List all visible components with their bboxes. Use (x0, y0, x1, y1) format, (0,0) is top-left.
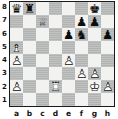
square-e2[interactable] (62, 80, 75, 93)
square-a8[interactable]: ♛ (10, 2, 23, 15)
file-label-h: h (101, 107, 114, 119)
file-label-c: c (36, 107, 49, 119)
white-king-piece: ♚♔ (88, 80, 101, 93)
file-labels: abcdefgh (10, 107, 114, 119)
square-d4[interactable] (49, 54, 62, 67)
square-g1[interactable] (88, 93, 101, 106)
square-f2[interactable] (75, 80, 88, 93)
piece-glyph: ♖ (49, 80, 62, 93)
square-a4[interactable]: ♟♙ (10, 54, 23, 67)
file-label-e: e (62, 107, 75, 119)
square-d5[interactable] (49, 41, 62, 54)
white-pawn-piece: ♟♙ (10, 80, 23, 93)
file-label-f: f (75, 107, 88, 119)
piece-glyph: ♛ (10, 2, 23, 15)
square-h6[interactable]: ♟ (101, 28, 114, 41)
rank-label-5: 5 (0, 41, 9, 54)
rank-label-7: 7 (0, 14, 9, 27)
white-pawn-piece: ♟♙ (75, 67, 88, 80)
square-h8[interactable] (101, 2, 114, 15)
rank-label-3: 3 (0, 67, 9, 80)
white-pawn-piece: ♟♙ (10, 54, 23, 67)
file-label-b: b (23, 107, 36, 119)
rank-labels: 87654321 (0, 1, 9, 107)
chess-diagram: 87654321 ♛♜♚♛♕♟♟♟♞♟♝♗♟♙♟♙♟♙♟♙♟♙♜♖♚♔♟♙ ab… (0, 0, 118, 119)
square-b8[interactable]: ♜ (23, 2, 36, 15)
black-pawn-piece: ♟ (88, 15, 101, 28)
square-f5[interactable] (75, 41, 88, 54)
square-b6[interactable] (23, 28, 36, 41)
square-d7[interactable] (49, 15, 62, 28)
piece-glyph: ♙ (75, 67, 88, 80)
square-e3[interactable] (62, 67, 75, 80)
square-g2[interactable]: ♚♔ (88, 80, 101, 93)
file-label-g: g (88, 107, 101, 119)
white-pawn-piece: ♟♙ (62, 54, 75, 67)
white-pawn-piece: ♟♙ (101, 80, 114, 93)
square-d6[interactable] (49, 28, 62, 41)
square-c4[interactable] (36, 54, 49, 67)
square-f1[interactable] (75, 93, 88, 106)
piece-glyph: ♙ (10, 80, 23, 93)
square-h1[interactable] (101, 93, 114, 106)
white-rook-piece: ♜♖ (49, 80, 62, 93)
square-b1[interactable] (23, 93, 36, 106)
white-queen-piece: ♛♕ (36, 15, 49, 28)
square-c7[interactable]: ♛♕ (36, 15, 49, 28)
piece-glyph: ♔ (88, 80, 101, 93)
rank-label-6: 6 (0, 28, 9, 41)
square-c5[interactable] (36, 41, 49, 54)
square-e8[interactable] (62, 2, 75, 15)
square-d8[interactable] (49, 2, 62, 15)
square-b4[interactable] (23, 54, 36, 67)
square-b7[interactable] (23, 15, 36, 28)
square-h5[interactable] (101, 41, 114, 54)
square-g5[interactable] (88, 41, 101, 54)
square-g7[interactable]: ♟ (88, 15, 101, 28)
square-g6[interactable] (88, 28, 101, 41)
square-c6[interactable] (36, 28, 49, 41)
square-a2[interactable]: ♟♙ (10, 80, 23, 93)
square-a7[interactable] (10, 15, 23, 28)
black-knight-piece: ♞ (75, 28, 88, 41)
piece-glyph: ♟ (62, 28, 75, 41)
square-b2[interactable] (23, 80, 36, 93)
rank-label-2: 2 (0, 81, 9, 94)
square-f3[interactable]: ♟♙ (75, 67, 88, 80)
square-d1[interactable] (49, 93, 62, 106)
file-label-a: a (10, 107, 23, 119)
board: ♛♜♚♛♕♟♟♟♞♟♝♗♟♙♟♙♟♙♟♙♟♙♜♖♚♔♟♙ (9, 1, 115, 107)
square-e4[interactable]: ♟♙ (62, 54, 75, 67)
square-c1[interactable] (36, 93, 49, 106)
black-queen-piece: ♛ (10, 2, 23, 15)
square-b3[interactable] (23, 67, 36, 80)
piece-glyph: ♞ (75, 28, 88, 41)
square-a1[interactable] (10, 93, 23, 106)
black-pawn-piece: ♟ (62, 28, 75, 41)
square-h4[interactable] (101, 54, 114, 67)
square-f6[interactable]: ♞ (75, 28, 88, 41)
square-c2[interactable] (36, 80, 49, 93)
piece-glyph: ♙ (10, 54, 23, 67)
black-pawn-piece: ♟ (101, 28, 114, 41)
rank-label-8: 8 (0, 1, 9, 14)
square-e1[interactable] (62, 93, 75, 106)
black-rook-piece: ♜ (23, 2, 36, 15)
piece-glyph: ♙ (62, 54, 75, 67)
rank-label-4: 4 (0, 54, 9, 67)
file-label-d: d (49, 107, 62, 119)
piece-glyph: ♜ (23, 2, 36, 15)
square-b5[interactable] (23, 41, 36, 54)
piece-glyph: ♕ (36, 15, 49, 28)
square-d2[interactable]: ♜♖ (49, 80, 62, 93)
square-e6[interactable]: ♟ (62, 28, 75, 41)
piece-glyph: ♟ (101, 28, 114, 41)
square-c3[interactable] (36, 67, 49, 80)
piece-glyph: ♟ (88, 15, 101, 28)
rank-label-1: 1 (0, 94, 9, 107)
square-h2[interactable]: ♟♙ (101, 80, 114, 93)
piece-glyph: ♙ (101, 80, 114, 93)
